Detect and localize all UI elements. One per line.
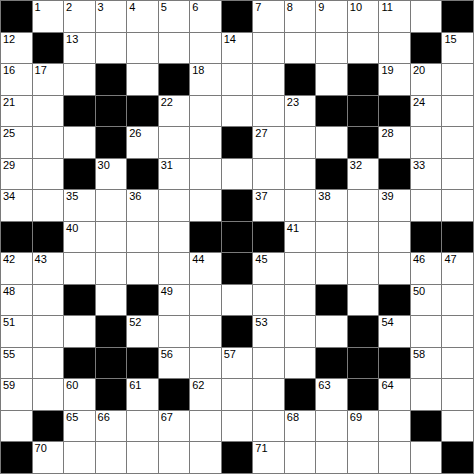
white-cell[interactable]: 29 bbox=[1, 159, 32, 190]
clue-number: 58 bbox=[413, 349, 425, 360]
white-cell[interactable] bbox=[411, 316, 442, 347]
white-cell[interactable] bbox=[348, 253, 379, 284]
clue-number: 61 bbox=[129, 380, 141, 391]
white-cell[interactable]: 17 bbox=[33, 64, 64, 95]
white-cell[interactable] bbox=[159, 127, 190, 158]
black-cell bbox=[411, 222, 442, 253]
black-cell bbox=[442, 442, 473, 473]
white-cell[interactable]: 11 bbox=[379, 1, 410, 32]
white-cell[interactable] bbox=[96, 190, 127, 221]
clue-number: 8 bbox=[287, 2, 293, 13]
black-cell bbox=[127, 96, 158, 127]
black-cell bbox=[190, 222, 221, 253]
white-cell[interactable] bbox=[253, 64, 284, 95]
white-cell[interactable]: 25 bbox=[1, 127, 32, 158]
clue-number: 12 bbox=[3, 34, 15, 45]
white-cell[interactable] bbox=[190, 190, 221, 221]
white-cell[interactable] bbox=[127, 222, 158, 253]
black-cell bbox=[442, 1, 473, 32]
white-cell[interactable]: 49 bbox=[159, 285, 190, 316]
black-cell bbox=[222, 316, 253, 347]
white-cell[interactable] bbox=[442, 64, 473, 95]
white-cell[interactable]: 43 bbox=[33, 253, 64, 284]
white-cell[interactable]: 33 bbox=[411, 159, 442, 190]
white-cell[interactable] bbox=[1, 411, 32, 442]
clue-number: 9 bbox=[318, 2, 324, 13]
clue-number: 10 bbox=[350, 2, 362, 13]
black-cell bbox=[379, 159, 410, 190]
white-cell[interactable]: 35 bbox=[64, 190, 95, 221]
clue-number: 31 bbox=[161, 160, 173, 171]
white-cell[interactable]: 22 bbox=[159, 96, 190, 127]
white-cell[interactable]: 55 bbox=[1, 348, 32, 379]
black-cell bbox=[96, 64, 127, 95]
clue-number: 3 bbox=[98, 2, 104, 13]
black-cell bbox=[285, 379, 316, 410]
clue-number: 6 bbox=[192, 2, 198, 13]
black-cell bbox=[348, 379, 379, 410]
white-cell[interactable]: 67 bbox=[159, 411, 190, 442]
clue-number: 53 bbox=[255, 317, 267, 328]
white-cell[interactable] bbox=[159, 190, 190, 221]
white-cell[interactable] bbox=[253, 411, 284, 442]
white-cell[interactable] bbox=[159, 33, 190, 64]
white-cell[interactable]: 14 bbox=[222, 33, 253, 64]
black-cell bbox=[348, 127, 379, 158]
black-cell bbox=[222, 1, 253, 32]
white-cell[interactable] bbox=[33, 348, 64, 379]
white-cell[interactable] bbox=[253, 96, 284, 127]
white-cell[interactable]: 64 bbox=[379, 379, 410, 410]
white-cell[interactable]: 19 bbox=[379, 64, 410, 95]
white-cell[interactable] bbox=[442, 190, 473, 221]
black-cell bbox=[316, 285, 347, 316]
clue-number: 69 bbox=[350, 412, 362, 423]
black-cell bbox=[127, 285, 158, 316]
white-cell[interactable]: 40 bbox=[64, 222, 95, 253]
clue-number: 29 bbox=[3, 160, 15, 171]
white-cell[interactable]: 62 bbox=[190, 379, 221, 410]
white-cell[interactable]: 31 bbox=[159, 159, 190, 190]
white-cell[interactable] bbox=[33, 159, 64, 190]
white-cell[interactable]: 66 bbox=[96, 411, 127, 442]
white-cell[interactable] bbox=[379, 222, 410, 253]
white-cell[interactable]: 2 bbox=[64, 1, 95, 32]
white-cell[interactable] bbox=[64, 127, 95, 158]
clue-number: 49 bbox=[161, 286, 173, 297]
white-cell[interactable] bbox=[442, 348, 473, 379]
white-cell[interactable] bbox=[253, 33, 284, 64]
black-cell bbox=[348, 64, 379, 95]
black-cell bbox=[159, 64, 190, 95]
white-cell[interactable]: 71 bbox=[253, 442, 284, 473]
white-cell[interactable]: 54 bbox=[379, 316, 410, 347]
black-cell bbox=[127, 159, 158, 190]
white-cell[interactable] bbox=[127, 411, 158, 442]
white-cell[interactable]: 44 bbox=[190, 253, 221, 284]
black-cell bbox=[33, 33, 64, 64]
clue-number: 28 bbox=[381, 128, 393, 139]
white-cell[interactable] bbox=[316, 253, 347, 284]
black-cell bbox=[96, 316, 127, 347]
white-cell[interactable] bbox=[316, 222, 347, 253]
white-cell[interactable] bbox=[64, 253, 95, 284]
white-cell[interactable] bbox=[411, 442, 442, 473]
clue-number: 51 bbox=[3, 317, 15, 328]
clue-number: 44 bbox=[192, 254, 204, 265]
white-cell[interactable] bbox=[96, 442, 127, 473]
white-cell[interactable] bbox=[222, 64, 253, 95]
clue-number: 60 bbox=[66, 380, 78, 391]
white-cell[interactable]: 68 bbox=[285, 411, 316, 442]
black-cell bbox=[222, 127, 253, 158]
white-cell[interactable]: 52 bbox=[127, 316, 158, 347]
white-cell[interactable]: 57 bbox=[222, 348, 253, 379]
white-cell[interactable]: 34 bbox=[1, 190, 32, 221]
clue-number: 36 bbox=[129, 191, 141, 202]
clue-number: 46 bbox=[413, 254, 425, 265]
white-cell[interactable] bbox=[33, 379, 64, 410]
white-cell[interactable]: 65 bbox=[64, 411, 95, 442]
white-cell[interactable]: 28 bbox=[379, 127, 410, 158]
clue-number: 22 bbox=[161, 97, 173, 108]
clue-number: 65 bbox=[66, 412, 78, 423]
clue-number: 18 bbox=[192, 65, 204, 76]
white-cell[interactable] bbox=[253, 285, 284, 316]
white-cell[interactable] bbox=[64, 316, 95, 347]
black-cell bbox=[379, 348, 410, 379]
clue-number: 47 bbox=[444, 254, 456, 265]
white-cell[interactable]: 59 bbox=[1, 379, 32, 410]
black-cell bbox=[253, 222, 284, 253]
white-cell[interactable]: 48 bbox=[1, 285, 32, 316]
white-cell[interactable] bbox=[127, 253, 158, 284]
clue-number: 45 bbox=[255, 254, 267, 265]
clue-number: 56 bbox=[161, 349, 173, 360]
white-cell[interactable] bbox=[285, 159, 316, 190]
black-cell bbox=[222, 222, 253, 253]
white-cell[interactable]: 15 bbox=[442, 33, 473, 64]
white-cell[interactable]: 58 bbox=[411, 348, 442, 379]
black-cell bbox=[33, 222, 64, 253]
black-cell bbox=[316, 348, 347, 379]
clue-number: 64 bbox=[381, 380, 393, 391]
white-cell[interactable] bbox=[442, 379, 473, 410]
clue-number: 67 bbox=[161, 412, 173, 423]
white-cell[interactable] bbox=[96, 253, 127, 284]
clue-number: 32 bbox=[350, 160, 362, 171]
white-cell[interactable] bbox=[96, 285, 127, 316]
black-cell bbox=[1, 222, 32, 253]
white-cell[interactable]: 1 bbox=[33, 1, 64, 32]
clue-number: 19 bbox=[381, 65, 393, 76]
white-cell[interactable]: 3 bbox=[96, 1, 127, 32]
white-cell[interactable] bbox=[285, 33, 316, 64]
white-cell[interactable] bbox=[411, 190, 442, 221]
white-cell[interactable] bbox=[348, 190, 379, 221]
white-cell[interactable] bbox=[442, 316, 473, 347]
clue-number: 14 bbox=[224, 34, 236, 45]
black-cell bbox=[285, 64, 316, 95]
clue-number: 71 bbox=[255, 443, 267, 454]
white-cell[interactable] bbox=[222, 159, 253, 190]
black-cell bbox=[348, 96, 379, 127]
white-cell[interactable]: 26 bbox=[127, 127, 158, 158]
white-cell[interactable]: 9 bbox=[316, 1, 347, 32]
white-cell[interactable] bbox=[285, 253, 316, 284]
black-cell bbox=[64, 96, 95, 127]
black-cell bbox=[1, 1, 32, 32]
clue-number: 63 bbox=[318, 380, 330, 391]
white-cell[interactable] bbox=[379, 411, 410, 442]
clue-number: 2 bbox=[66, 2, 72, 13]
white-cell[interactable] bbox=[33, 316, 64, 347]
white-cell[interactable] bbox=[64, 442, 95, 473]
white-cell[interactable] bbox=[253, 159, 284, 190]
clue-number: 24 bbox=[413, 97, 425, 108]
white-cell[interactable] bbox=[127, 64, 158, 95]
white-cell[interactable]: 16 bbox=[1, 64, 32, 95]
black-cell bbox=[159, 379, 190, 410]
white-cell[interactable] bbox=[285, 316, 316, 347]
clue-number: 15 bbox=[444, 34, 456, 45]
clue-number: 27 bbox=[255, 128, 267, 139]
black-cell bbox=[222, 190, 253, 221]
black-cell bbox=[64, 348, 95, 379]
white-cell[interactable] bbox=[33, 127, 64, 158]
white-cell[interactable] bbox=[348, 285, 379, 316]
white-cell[interactable]: 8 bbox=[285, 1, 316, 32]
white-cell[interactable] bbox=[253, 348, 284, 379]
white-cell[interactable] bbox=[442, 285, 473, 316]
white-cell[interactable] bbox=[33, 190, 64, 221]
clue-number: 52 bbox=[129, 317, 141, 328]
white-cell[interactable] bbox=[222, 96, 253, 127]
black-cell bbox=[222, 253, 253, 284]
white-cell[interactable] bbox=[222, 379, 253, 410]
black-cell bbox=[96, 379, 127, 410]
white-cell[interactable]: 37 bbox=[253, 190, 284, 221]
white-cell[interactable]: 24 bbox=[411, 96, 442, 127]
white-cell[interactable]: 51 bbox=[1, 316, 32, 347]
clue-number: 57 bbox=[224, 349, 236, 360]
white-cell[interactable]: 61 bbox=[127, 379, 158, 410]
black-cell bbox=[64, 285, 95, 316]
white-cell[interactable]: 45 bbox=[253, 253, 284, 284]
white-cell[interactable] bbox=[316, 33, 347, 64]
clue-number: 38 bbox=[318, 191, 330, 202]
white-cell[interactable] bbox=[316, 127, 347, 158]
white-cell[interactable] bbox=[379, 33, 410, 64]
clue-number: 48 bbox=[3, 286, 15, 297]
white-cell[interactable]: 36 bbox=[127, 190, 158, 221]
white-cell[interactable]: 56 bbox=[159, 348, 190, 379]
white-cell[interactable] bbox=[96, 33, 127, 64]
clue-number: 43 bbox=[35, 254, 47, 265]
clue-number: 17 bbox=[35, 65, 47, 76]
clue-number: 41 bbox=[287, 223, 299, 234]
clue-number: 26 bbox=[129, 128, 141, 139]
white-cell[interactable]: 63 bbox=[316, 379, 347, 410]
clue-number: 13 bbox=[66, 34, 78, 45]
white-cell[interactable] bbox=[379, 253, 410, 284]
black-cell bbox=[64, 159, 95, 190]
white-cell[interactable]: 53 bbox=[253, 316, 284, 347]
white-cell[interactable]: 50 bbox=[411, 285, 442, 316]
white-cell[interactable] bbox=[316, 64, 347, 95]
white-cell[interactable] bbox=[285, 190, 316, 221]
white-cell[interactable]: 12 bbox=[1, 33, 32, 64]
clue-number: 11 bbox=[381, 2, 392, 13]
white-cell[interactable]: 6 bbox=[190, 1, 221, 32]
clue-number: 35 bbox=[66, 191, 78, 202]
white-cell[interactable]: 30 bbox=[96, 159, 127, 190]
white-cell[interactable] bbox=[159, 222, 190, 253]
white-cell[interactable] bbox=[190, 348, 221, 379]
clue-number: 25 bbox=[3, 128, 15, 139]
white-cell[interactable] bbox=[33, 96, 64, 127]
white-cell[interactable]: 60 bbox=[64, 379, 95, 410]
white-cell[interactable] bbox=[190, 285, 221, 316]
white-cell[interactable]: 7 bbox=[253, 1, 284, 32]
black-cell bbox=[411, 411, 442, 442]
white-cell[interactable] bbox=[127, 33, 158, 64]
white-cell[interactable] bbox=[348, 442, 379, 473]
white-cell[interactable]: 32 bbox=[348, 159, 379, 190]
white-cell[interactable] bbox=[64, 64, 95, 95]
white-cell[interactable] bbox=[285, 127, 316, 158]
white-cell[interactable]: 70 bbox=[33, 442, 64, 473]
black-cell bbox=[348, 348, 379, 379]
black-cell bbox=[316, 96, 347, 127]
clue-number: 5 bbox=[161, 2, 167, 13]
white-cell[interactable]: 27 bbox=[253, 127, 284, 158]
clue-number: 4 bbox=[129, 2, 135, 13]
white-cell[interactable]: 13 bbox=[64, 33, 95, 64]
clue-number: 16 bbox=[3, 65, 15, 76]
white-cell[interactable]: 46 bbox=[411, 253, 442, 284]
white-cell[interactable] bbox=[222, 285, 253, 316]
black-cell bbox=[1, 442, 32, 473]
white-cell[interactable] bbox=[442, 159, 473, 190]
black-cell bbox=[33, 411, 64, 442]
clue-number: 7 bbox=[255, 2, 261, 13]
clue-number: 68 bbox=[287, 412, 299, 423]
clue-number: 42 bbox=[3, 254, 15, 265]
white-cell[interactable] bbox=[222, 411, 253, 442]
white-cell[interactable] bbox=[190, 442, 221, 473]
white-cell[interactable] bbox=[190, 127, 221, 158]
clue-number: 62 bbox=[192, 380, 204, 391]
white-cell[interactable] bbox=[190, 96, 221, 127]
clue-number: 1 bbox=[35, 2, 41, 13]
white-cell[interactable] bbox=[316, 442, 347, 473]
clue-number: 30 bbox=[98, 160, 110, 171]
clue-number: 39 bbox=[381, 191, 393, 202]
black-cell bbox=[96, 348, 127, 379]
white-cell[interactable] bbox=[348, 222, 379, 253]
clue-number: 37 bbox=[255, 191, 267, 202]
white-cell[interactable]: 38 bbox=[316, 190, 347, 221]
white-cell[interactable]: 69 bbox=[348, 411, 379, 442]
white-cell[interactable] bbox=[411, 127, 442, 158]
white-cell[interactable]: 18 bbox=[190, 64, 221, 95]
clue-number: 70 bbox=[35, 443, 47, 454]
white-cell[interactable]: 10 bbox=[348, 1, 379, 32]
white-cell[interactable] bbox=[127, 442, 158, 473]
white-cell[interactable]: 47 bbox=[442, 253, 473, 284]
clue-number: 33 bbox=[413, 160, 425, 171]
black-cell bbox=[127, 348, 158, 379]
white-cell[interactable] bbox=[411, 1, 442, 32]
white-cell[interactable] bbox=[316, 411, 347, 442]
white-cell[interactable]: 39 bbox=[379, 190, 410, 221]
crossword-board: 1234567891011121314151617181920212223242… bbox=[0, 0, 474, 474]
clue-number: 54 bbox=[381, 317, 393, 328]
black-cell bbox=[348, 316, 379, 347]
white-cell[interactable] bbox=[316, 316, 347, 347]
white-cell[interactable]: 5 bbox=[159, 1, 190, 32]
black-cell bbox=[379, 96, 410, 127]
white-cell[interactable]: 4 bbox=[127, 1, 158, 32]
white-cell[interactable] bbox=[190, 33, 221, 64]
white-cell[interactable] bbox=[253, 379, 284, 410]
clue-number: 21 bbox=[3, 97, 15, 108]
black-cell bbox=[442, 222, 473, 253]
white-cell[interactable] bbox=[442, 411, 473, 442]
clue-number: 55 bbox=[3, 349, 15, 360]
white-cell[interactable] bbox=[96, 222, 127, 253]
white-cell[interactable] bbox=[285, 348, 316, 379]
black-cell bbox=[96, 127, 127, 158]
black-cell bbox=[222, 442, 253, 473]
clue-number: 50 bbox=[413, 286, 425, 297]
black-cell bbox=[411, 33, 442, 64]
white-cell[interactable] bbox=[159, 253, 190, 284]
white-cell[interactable] bbox=[442, 127, 473, 158]
clue-number: 66 bbox=[98, 412, 110, 423]
clue-number: 23 bbox=[287, 97, 299, 108]
clue-number: 59 bbox=[3, 380, 15, 391]
white-cell[interactable] bbox=[379, 442, 410, 473]
white-cell[interactable]: 42 bbox=[1, 253, 32, 284]
white-cell[interactable] bbox=[442, 96, 473, 127]
white-cell[interactable] bbox=[285, 285, 316, 316]
white-cell[interactable]: 23 bbox=[285, 96, 316, 127]
white-cell[interactable] bbox=[33, 285, 64, 316]
clue-number: 34 bbox=[3, 191, 15, 202]
white-cell[interactable] bbox=[411, 379, 442, 410]
white-cell[interactable] bbox=[190, 316, 221, 347]
clue-number: 20 bbox=[413, 65, 425, 76]
white-cell[interactable]: 41 bbox=[285, 222, 316, 253]
white-cell[interactable] bbox=[348, 33, 379, 64]
white-cell[interactable]: 21 bbox=[1, 96, 32, 127]
white-cell[interactable] bbox=[285, 442, 316, 473]
white-cell[interactable]: 20 bbox=[411, 64, 442, 95]
white-cell[interactable] bbox=[190, 159, 221, 190]
white-cell[interactable] bbox=[159, 442, 190, 473]
black-cell bbox=[316, 159, 347, 190]
black-cell bbox=[379, 285, 410, 316]
white-cell[interactable] bbox=[159, 316, 190, 347]
black-cell bbox=[96, 96, 127, 127]
white-cell[interactable] bbox=[190, 411, 221, 442]
clue-number: 40 bbox=[66, 223, 78, 234]
